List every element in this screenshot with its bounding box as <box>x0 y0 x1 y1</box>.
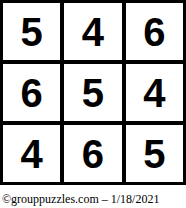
cell-r0c0: 5 <box>3 3 60 60</box>
cell-r0c1: 4 <box>64 3 121 60</box>
cell-r1c2: 4 <box>126 64 183 121</box>
copyright-text: ©grouppuzzles.com – 1/18/2021 <box>0 192 186 206</box>
cell-r0c2: 6 <box>126 3 183 60</box>
puzzle-board: 5 4 6 6 5 4 4 6 5 <box>0 0 186 185</box>
cell-r1c0: 6 <box>3 64 60 121</box>
cell-r2c2: 5 <box>126 125 183 182</box>
cell-r2c1: 6 <box>64 125 121 182</box>
cell-r2c0: 4 <box>3 125 60 182</box>
cell-r1c1: 5 <box>64 64 121 121</box>
